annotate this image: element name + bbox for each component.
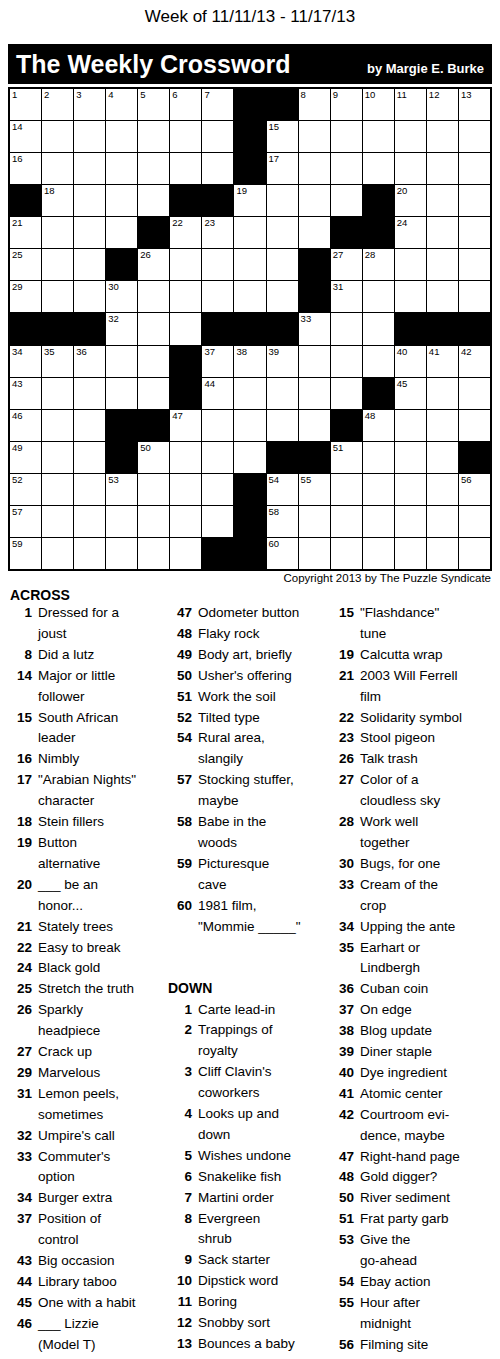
cell-r6c4: [106, 249, 137, 280]
cell-r1c6[interactable]: 6: [170, 89, 201, 120]
cell-r5c2[interactable]: [42, 217, 73, 248]
cell-r5c8[interactable]: [234, 217, 265, 248]
cell-r6c5[interactable]: 26: [138, 249, 169, 280]
cell-r14c10[interactable]: [299, 506, 330, 537]
clue-number: 47: [330, 1147, 354, 1168]
cell-r3c5[interactable]: [138, 153, 169, 184]
cell-r1c15[interactable]: 13: [459, 89, 490, 120]
cell-r1c7[interactable]: 7: [202, 89, 233, 120]
cell-r13c2[interactable]: [42, 474, 73, 505]
clue-number: 51: [330, 1209, 354, 1230]
clue-down-37: 37On edge: [330, 1000, 490, 1021]
clue-number: 37: [10, 1209, 32, 1251]
clue-across-14: 14Major or littlefollower: [10, 666, 168, 708]
cell-r6c6[interactable]: [170, 249, 201, 280]
cell-r6c7[interactable]: [202, 249, 233, 280]
cell-r7c11[interactable]: 31: [331, 281, 362, 312]
cell-r5c14[interactable]: [427, 217, 458, 248]
clue-number: 28: [330, 812, 354, 854]
clue-text: Bugs, for one: [360, 854, 440, 875]
cell-r8c15: [459, 313, 490, 344]
cell-number-9: 9: [333, 89, 338, 100]
clue-number: 53: [330, 1230, 354, 1272]
cell-r4c13[interactable]: 20: [395, 185, 426, 216]
cell-r10c1[interactable]: 43: [10, 378, 41, 409]
clue-down-8: 8Evergreenshrub: [168, 1209, 330, 1251]
cell-r11c8[interactable]: [234, 410, 265, 441]
cell-r10c10[interactable]: [299, 378, 330, 409]
clue-down-26: 26Talk trash: [330, 749, 490, 770]
cell-r6c14[interactable]: [427, 249, 458, 280]
clue-number: 8: [10, 645, 32, 666]
cell-r12c13[interactable]: [395, 442, 426, 473]
clue-number: 50: [168, 666, 192, 687]
clue-down-13: 13Bounces a baby: [168, 1334, 330, 1355]
clue-number: 54: [330, 1272, 354, 1293]
cell-r15c5[interactable]: [138, 538, 169, 569]
cell-r5c15[interactable]: [459, 217, 490, 248]
cell-r1c13[interactable]: 11: [395, 89, 426, 120]
cell-r15c1[interactable]: 59: [10, 538, 41, 569]
cell-r9c1[interactable]: 34: [10, 346, 41, 377]
cell-r3c7[interactable]: [202, 153, 233, 184]
cell-r3c1[interactable]: 16: [10, 153, 41, 184]
cell-r5c10[interactable]: [299, 217, 330, 248]
cell-r4c11[interactable]: [331, 185, 362, 216]
cell-r4c14[interactable]: [427, 185, 458, 216]
cell-r14c15[interactable]: [459, 506, 490, 537]
cell-r7c5[interactable]: [138, 281, 169, 312]
cell-r7c6[interactable]: [170, 281, 201, 312]
clue-text: Commuter'soption: [38, 1147, 110, 1189]
cell-r6c3[interactable]: [74, 249, 105, 280]
clue-text: ___ be anhonor...: [38, 875, 98, 917]
clue-across-26: 26Sparklyheadpiece: [10, 1000, 168, 1042]
cell-r9c15[interactable]: 42: [459, 346, 490, 377]
cell-r9c5[interactable]: [138, 346, 169, 377]
cell-r11c3[interactable]: [74, 410, 105, 441]
cell-r2c1[interactable]: 14: [10, 121, 41, 152]
cell-r14c3[interactable]: [74, 506, 105, 537]
cell-r14c11[interactable]: [331, 506, 362, 537]
clue-across-60: 601981 film,"Mommie _____": [168, 896, 330, 938]
cell-r2c3[interactable]: [74, 121, 105, 152]
cell-r13c14[interactable]: [427, 474, 458, 505]
cell-r13c13[interactable]: [395, 474, 426, 505]
cell-r3c6[interactable]: [170, 153, 201, 184]
cell-r15c12[interactable]: [363, 538, 394, 569]
cell-r9c11[interactable]: [331, 346, 362, 377]
cell-r10c8[interactable]: [234, 378, 265, 409]
cell-r1c5[interactable]: 5: [138, 89, 169, 120]
cell-r10c13[interactable]: 45: [395, 378, 426, 409]
cell-r7c7[interactable]: [202, 281, 233, 312]
cell-r11c13[interactable]: [395, 410, 426, 441]
cell-r4c3[interactable]: [74, 185, 105, 216]
cell-r5c1[interactable]: 21: [10, 217, 41, 248]
cell-r6c11[interactable]: 27: [331, 249, 362, 280]
cell-number-6: 6: [172, 89, 177, 100]
cell-r1c1[interactable]: 1: [10, 89, 41, 120]
cell-number-27: 27: [333, 249, 344, 260]
clue-text: Usher's offering: [198, 666, 292, 687]
cell-r12c1[interactable]: 49: [10, 442, 41, 473]
cell-r3c9[interactable]: 17: [267, 153, 298, 184]
cell-r12c11[interactable]: 51: [331, 442, 362, 473]
cell-r6c1[interactable]: 25: [10, 249, 41, 280]
clue-number: 25: [10, 979, 32, 1000]
cell-r7c3[interactable]: [74, 281, 105, 312]
cell-r10c5[interactable]: [138, 378, 169, 409]
cell-r1c12[interactable]: 10: [363, 89, 394, 120]
cell-number-55: 55: [301, 474, 312, 485]
cell-r1c3[interactable]: 3: [74, 89, 105, 120]
clue-text: Gold digger?: [360, 1167, 437, 1188]
clue-number: 22: [10, 938, 32, 959]
cell-r2c14[interactable]: [427, 121, 458, 152]
cell-r15c13[interactable]: [395, 538, 426, 569]
cell-r5c6[interactable]: 22: [170, 217, 201, 248]
cell-r3c10[interactable]: [299, 153, 330, 184]
cell-r12c14[interactable]: [427, 442, 458, 473]
cell-r14c6[interactable]: [170, 506, 201, 537]
cell-r11c7[interactable]: [202, 410, 233, 441]
cell-number-41: 41: [429, 346, 440, 357]
clue-number: 38: [330, 1021, 354, 1042]
cell-r5c3[interactable]: [74, 217, 105, 248]
cell-r10c9[interactable]: [267, 378, 298, 409]
cell-r6c8[interactable]: [234, 249, 265, 280]
clue-text: Stocking stuffer,maybe: [198, 770, 294, 812]
cell-r9c13[interactable]: 40: [395, 346, 426, 377]
cell-r1c2[interactable]: 2: [42, 89, 73, 120]
cell-r5c9[interactable]: [267, 217, 298, 248]
cell-r8c3: [74, 313, 105, 344]
cell-r5c13[interactable]: 24: [395, 217, 426, 248]
cell-r2c5[interactable]: [138, 121, 169, 152]
cell-r10c14[interactable]: [427, 378, 458, 409]
cell-number-14: 14: [12, 121, 23, 132]
clue-text: Stately trees: [38, 917, 113, 938]
cell-r4c9[interactable]: [267, 185, 298, 216]
cell-r13c11[interactable]: [331, 474, 362, 505]
cell-r14c5[interactable]: [138, 506, 169, 537]
clue-across-15: 15South Africanleader: [10, 708, 168, 750]
cell-r8c11[interactable]: [331, 313, 362, 344]
cell-r10c7[interactable]: 44: [202, 378, 233, 409]
clue-text: Trappings ofroyalty: [198, 1020, 273, 1062]
clue-number: 42: [330, 1105, 354, 1147]
cell-r8c2: [42, 313, 73, 344]
clue-text: Did a lutz: [38, 645, 94, 666]
clue-number: 60: [168, 896, 192, 938]
cell-number-24: 24: [397, 217, 408, 228]
cell-number-39: 39: [269, 346, 280, 357]
cell-number-53: 53: [108, 474, 119, 485]
cell-number-35: 35: [44, 346, 55, 357]
cell-r15c9[interactable]: 60: [267, 538, 298, 569]
clue-text: River sediment: [360, 1188, 450, 1209]
cell-r15c6[interactable]: [170, 538, 201, 569]
cell-r1c11[interactable]: 9: [331, 89, 362, 120]
clue-down-11: 11Boring: [168, 1292, 330, 1313]
clue-down-19: 19Calcutta wrap: [330, 645, 490, 666]
clue-number: 59: [168, 854, 192, 896]
cell-number-20: 20: [397, 185, 408, 196]
cell-r2c13[interactable]: [395, 121, 426, 152]
clue-down-50: 50River sediment: [330, 1188, 490, 1209]
cell-r15c10[interactable]: [299, 538, 330, 569]
cell-r12c8[interactable]: [234, 442, 265, 473]
clue-across-57: 57Stocking stuffer,maybe: [168, 770, 330, 812]
clue-number: 49: [168, 645, 192, 666]
cell-r10c3[interactable]: [74, 378, 105, 409]
cell-r11c10[interactable]: [299, 410, 330, 441]
cell-r9c9[interactable]: 39: [267, 346, 298, 377]
cell-number-3: 3: [76, 89, 81, 100]
cell-r3c14[interactable]: [427, 153, 458, 184]
cell-r3c13[interactable]: [395, 153, 426, 184]
cell-r2c2[interactable]: [42, 121, 73, 152]
cell-r3c11[interactable]: [331, 153, 362, 184]
cell-number-17: 17: [269, 153, 280, 164]
cell-r4c4[interactable]: [106, 185, 137, 216]
cell-r7c8[interactable]: [234, 281, 265, 312]
cell-r7c13[interactable]: [395, 281, 426, 312]
cell-r14c9[interactable]: 58: [267, 506, 298, 537]
cell-number-28: 28: [365, 249, 376, 260]
byline: by Margie E. Burke: [367, 61, 484, 76]
cell-r2c12[interactable]: [363, 121, 394, 152]
cell-r11c1[interactable]: 46: [10, 410, 41, 441]
cell-r11c12[interactable]: 48: [363, 410, 394, 441]
cell-r9c3[interactable]: 36: [74, 346, 105, 377]
clue-number: 35: [330, 938, 354, 980]
cell-r4c10[interactable]: [299, 185, 330, 216]
cell-r13c7[interactable]: [202, 474, 233, 505]
clue-number: 34: [10, 1188, 32, 1209]
cell-r6c13[interactable]: [395, 249, 426, 280]
cell-r15c3[interactable]: [74, 538, 105, 569]
cell-r14c4[interactable]: [106, 506, 137, 537]
cell-number-7: 7: [204, 89, 209, 100]
cell-r5c4[interactable]: [106, 217, 137, 248]
cell-r7c4[interactable]: 30: [106, 281, 137, 312]
cell-r9c14[interactable]: 41: [427, 346, 458, 377]
cell-r14c12[interactable]: [363, 506, 394, 537]
clue-down-54: 54Ebay action: [330, 1272, 490, 1293]
cell-r14c2[interactable]: [42, 506, 73, 537]
cell-r13c5[interactable]: [138, 474, 169, 505]
cell-number-44: 44: [204, 378, 215, 389]
cell-r8c10[interactable]: 33: [299, 313, 330, 344]
clue-across-51: 51Work the soil: [168, 687, 330, 708]
clue-down-7: 7Martini order: [168, 1188, 330, 1209]
cell-r14c7[interactable]: [202, 506, 233, 537]
clue-text: Odometer button: [198, 603, 299, 624]
cell-r7c12[interactable]: [363, 281, 394, 312]
clue-text: Calcutta wrap: [360, 645, 443, 666]
cell-r1c4[interactable]: 4: [106, 89, 137, 120]
cell-r10c11[interactable]: [331, 378, 362, 409]
clue-number: 4: [168, 1104, 192, 1146]
cell-r11c15[interactable]: [459, 410, 490, 441]
cell-r11c2[interactable]: [42, 410, 73, 441]
cell-r4c15[interactable]: [459, 185, 490, 216]
cell-r11c9[interactable]: [267, 410, 298, 441]
cell-r9c2[interactable]: 35: [42, 346, 73, 377]
clue-text: Dressed for ajoust: [38, 603, 119, 645]
cell-r9c10[interactable]: [299, 346, 330, 377]
cell-r15c11[interactable]: [331, 538, 362, 569]
clue-text: Easy to break: [38, 938, 121, 959]
cell-r13c15[interactable]: 56: [459, 474, 490, 505]
cell-r2c10[interactable]: [299, 121, 330, 152]
cell-r12c6[interactable]: [170, 442, 201, 473]
cell-r11c6[interactable]: 47: [170, 410, 201, 441]
cell-r2c7[interactable]: [202, 121, 233, 152]
cell-r2c15[interactable]: [459, 121, 490, 152]
cell-r3c4[interactable]: [106, 153, 137, 184]
cell-r12c3[interactable]: [74, 442, 105, 473]
cell-r15c2[interactable]: [42, 538, 73, 569]
cell-r12c15: [459, 442, 490, 473]
cell-r3c2[interactable]: [42, 153, 73, 184]
cell-r14c1[interactable]: 57: [10, 506, 41, 537]
clue-across-37: 37Position ofcontrol: [10, 1209, 168, 1251]
cell-number-33: 33: [301, 313, 312, 324]
cell-r3c12[interactable]: [363, 153, 394, 184]
clue-number: 47: [168, 603, 192, 624]
clue-number: 6: [168, 1167, 192, 1188]
cell-number-29: 29: [12, 281, 23, 292]
clue-across-31: 31Lemon peels,sometimes: [10, 1084, 168, 1126]
cell-r8c5[interactable]: [138, 313, 169, 344]
clue-down-5: 5Wishes undone: [168, 1146, 330, 1167]
cell-r7c15[interactable]: [459, 281, 490, 312]
cell-r4c5[interactable]: [138, 185, 169, 216]
cell-r8c12[interactable]: [363, 313, 394, 344]
cell-r13c10[interactable]: 55: [299, 474, 330, 505]
cell-r4c8[interactable]: 19: [234, 185, 265, 216]
clue-number: 23: [330, 728, 354, 749]
cell-r11c14[interactable]: [427, 410, 458, 441]
cell-r15c4[interactable]: [106, 538, 137, 569]
cell-number-4: 4: [108, 89, 113, 100]
clue-text: Diner staple: [360, 1042, 432, 1063]
cell-r14c14[interactable]: [427, 506, 458, 537]
cell-r10c2[interactable]: [42, 378, 73, 409]
cell-r8c6[interactable]: [170, 313, 201, 344]
clue-text: Umpire's call: [38, 1126, 115, 1147]
cell-number-59: 59: [12, 538, 23, 549]
clue-number: 11: [168, 1292, 192, 1313]
clue-text: Atomic center: [360, 1084, 443, 1105]
cell-r2c11[interactable]: [331, 121, 362, 152]
cell-r13c1[interactable]: 52: [10, 474, 41, 505]
clue-down-33: 33Cream of thecrop: [330, 875, 490, 917]
cell-r7c14[interactable]: [427, 281, 458, 312]
cell-r10c4[interactable]: [106, 378, 137, 409]
cell-r1c14[interactable]: 12: [427, 89, 458, 120]
cell-r13c12[interactable]: [363, 474, 394, 505]
clue-text: Tilted type: [198, 708, 260, 729]
clue-text: Carte lead-in: [198, 1000, 275, 1021]
clue-down-4: 4Looks up anddown: [168, 1104, 330, 1146]
clue-down-21: 212003 Will Ferrellfilm: [330, 666, 490, 708]
cell-r3c3[interactable]: [74, 153, 105, 184]
clue-number: 12: [168, 1313, 192, 1334]
clue-across-59: 59Picturesquecave: [168, 854, 330, 896]
clue-text: Give thego-ahead: [360, 1230, 417, 1272]
cell-r9c4[interactable]: [106, 346, 137, 377]
cell-r2c4[interactable]: [106, 121, 137, 152]
cell-r10c15[interactable]: [459, 378, 490, 409]
clue-text: Solidarity symbol: [360, 708, 462, 729]
cell-r13c6[interactable]: [170, 474, 201, 505]
cell-r7c2[interactable]: [42, 281, 73, 312]
cell-r5c7[interactable]: 23: [202, 217, 233, 248]
cell-r2c9[interactable]: 15: [267, 121, 298, 152]
cell-number-45: 45: [397, 378, 408, 389]
cell-r12c5[interactable]: 50: [138, 442, 169, 473]
clue-down-53: 53Give thego-ahead: [330, 1230, 490, 1272]
clue-down-12: 12Snobby sort: [168, 1313, 330, 1334]
cell-r12c2[interactable]: [42, 442, 73, 473]
cell-r9c8[interactable]: 38: [234, 346, 265, 377]
clue-across-20: 20___ be anhonor...: [10, 875, 168, 917]
clue-across-17: 17"Arabian Nights"character: [10, 770, 168, 812]
cell-r15c15[interactable]: [459, 538, 490, 569]
clue-text: Burger extra: [38, 1188, 112, 1209]
cell-r6c12[interactable]: 28: [363, 249, 394, 280]
cell-r9c12[interactable]: [363, 346, 394, 377]
cell-r8c4[interactable]: 32: [106, 313, 137, 344]
cell-r7c9[interactable]: [267, 281, 298, 312]
cell-r9c7[interactable]: 37: [202, 346, 233, 377]
cell-r13c3[interactable]: [74, 474, 105, 505]
clue-number: 41: [330, 1084, 354, 1105]
cell-r12c7[interactable]: [202, 442, 233, 473]
cell-r2c6[interactable]: [170, 121, 201, 152]
cell-r15c14[interactable]: [427, 538, 458, 569]
clue-number: 2: [168, 1020, 192, 1062]
cell-r6c9[interactable]: [267, 249, 298, 280]
clue-number: 26: [10, 1000, 32, 1042]
cell-r7c1[interactable]: 29: [10, 281, 41, 312]
clue-number: 15: [10, 708, 32, 750]
cell-r12c12[interactable]: [363, 442, 394, 473]
clue-text: Hour aftermidnight: [360, 1293, 420, 1335]
cell-number-23: 23: [204, 217, 215, 228]
cell-r13c4[interactable]: 53: [106, 474, 137, 505]
cell-r1c10[interactable]: 8: [299, 89, 330, 120]
clue-number: 32: [10, 1126, 32, 1147]
cell-r6c15[interactable]: [459, 249, 490, 280]
cell-r10c6: [170, 378, 201, 409]
cell-r3c15[interactable]: [459, 153, 490, 184]
clue-number: 33: [330, 875, 354, 917]
cell-r4c2[interactable]: 18: [42, 185, 73, 216]
clue-number: 58: [168, 812, 192, 854]
cell-r13c9[interactable]: 54: [267, 474, 298, 505]
clue-across-19: 19Buttonalternative: [10, 833, 168, 875]
clue-across-47: 47Odometer button: [168, 603, 330, 624]
clue-text: One with a habit: [38, 1293, 136, 1314]
cell-r6c2[interactable]: [42, 249, 73, 280]
cell-r14c13[interactable]: [395, 506, 426, 537]
clue-number: 36: [330, 979, 354, 1000]
